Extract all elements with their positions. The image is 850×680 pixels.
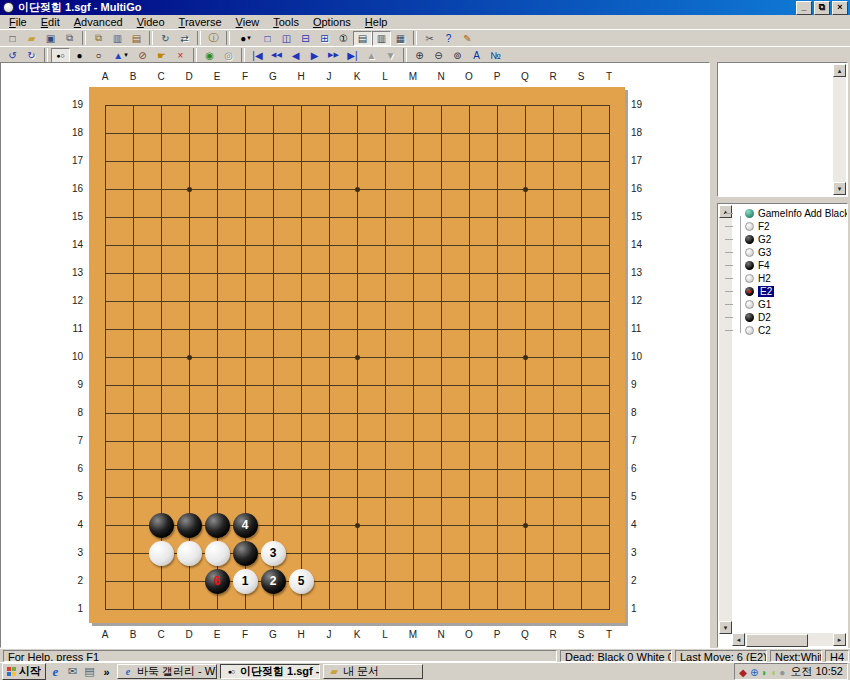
coord-label-col: R — [539, 629, 567, 640]
coord-label-row: 14 — [631, 239, 653, 250]
coord-label-row: 16 — [61, 183, 83, 194]
coord-label-col: H — [287, 629, 315, 640]
tree-node-f2[interactable]: F2 — [733, 220, 846, 233]
coord-label-col: H — [287, 71, 315, 82]
move-number: 4 — [242, 518, 249, 532]
coord-label-col: C — [147, 71, 175, 82]
move-tree: GameInfo Add Black AddF2G2G3F4H2E2G1D2C2 — [733, 207, 846, 337]
right-panel: ▴ ▾ ▴ ▾ ◂ ▸ GameInfo Add Black AddF2G2G3… — [717, 62, 850, 648]
coord-label-col: A — [91, 71, 119, 82]
coord-label-col: P — [483, 71, 511, 82]
menu-traverse[interactable]: Traverse — [172, 16, 229, 29]
toggle-comment-icon[interactable]: ▥ — [372, 31, 391, 46]
move-number: 5 — [298, 574, 305, 588]
paste-icon[interactable]: ▤ — [127, 31, 146, 46]
layout-board-only-icon[interactable]: □ — [258, 31, 277, 46]
quicklaunch-desktop-icon[interactable]: ▤ — [82, 664, 97, 679]
coord-label-row: 2 — [631, 575, 653, 586]
client-area: 123456 AABBCCDDEEFFGGHHJJKKLLMMNNOOPPQQR… — [0, 62, 850, 648]
white-stone-g3[interactable]: 3 — [261, 541, 286, 566]
coord-label-col: F — [231, 71, 259, 82]
coord-label-row: 13 — [61, 267, 83, 278]
white-stone-icon — [745, 274, 754, 283]
show-move-numbers-icon[interactable]: ① — [334, 31, 353, 46]
folder-icon: ▰ — [328, 666, 340, 678]
coord-label-col: B — [119, 71, 147, 82]
black-stone-f4[interactable]: 4 — [233, 513, 258, 538]
quick-launch: e✉▤» — [46, 664, 114, 679]
layout-split-v-icon[interactable]: ⊟ — [296, 31, 315, 46]
star-point — [187, 355, 192, 360]
black-stone-icon — [745, 313, 754, 322]
coord-label-col: F — [231, 629, 259, 640]
tree-node-d2[interactable]: D2 — [733, 311, 846, 324]
white-stone-icon — [745, 248, 754, 257]
coord-label-col: S — [567, 71, 595, 82]
coord-label-col: O — [455, 71, 483, 82]
markers-icon[interactable]: ▲▾ — [108, 48, 133, 63]
status-help: For Help, press F1 — [3, 650, 557, 662]
menu-edit[interactable]: Edit — [34, 16, 67, 29]
toggle-panel-icon[interactable]: ▦ — [391, 31, 410, 46]
tree-vscrollbar[interactable] — [719, 205, 732, 634]
coord-label-col: E — [203, 629, 231, 640]
coord-label-row: 11 — [631, 323, 653, 334]
move-number-style-icon[interactable]: № — [486, 48, 505, 63]
coord-label-row: 6 — [61, 463, 83, 474]
tree-hscroll-thumb[interactable] — [746, 634, 808, 647]
task-label: 바둑 갤러리 - Windo... — [137, 664, 217, 679]
eraser-icon[interactable]: ⊘ — [133, 48, 152, 63]
zoom-out-board-icon[interactable]: ⊖ — [429, 48, 448, 63]
redo-icon[interactable]: ↻ — [22, 48, 41, 63]
coord-label-row: 3 — [61, 547, 83, 558]
tree-node-g3[interactable]: G3 — [733, 246, 846, 259]
coord-label-row: 5 — [61, 491, 83, 502]
coord-label-row: 8 — [61, 407, 83, 418]
coord-label-col: K — [343, 629, 371, 640]
coord-label-row: 18 — [631, 127, 653, 138]
coord-label-row: 1 — [631, 603, 653, 614]
gameinfo-icon — [745, 209, 754, 218]
white-stone-f2[interactable]: 1 — [233, 569, 258, 594]
star-point — [523, 523, 528, 528]
menu-options[interactable]: Options — [306, 16, 358, 29]
coord-label-row: 17 — [61, 155, 83, 166]
task-buttons: e바둑 갤러리 - Windo...●○이단젖힘 1.sgf - ...▰내 문… — [114, 664, 423, 679]
layout-quad-icon[interactable]: ⊞ — [315, 31, 334, 46]
white-stone-icon — [745, 222, 754, 231]
tray-icon-4[interactable]: ◖ — [770, 667, 776, 678]
context-help-icon[interactable]: ? — [439, 31, 458, 46]
black-stone-d4[interactable] — [177, 513, 202, 538]
coord-label-row: 3 — [631, 547, 653, 558]
coord-label-col: G — [259, 71, 287, 82]
ie-icon: e — [122, 666, 134, 678]
star-point — [355, 187, 360, 192]
star-point — [355, 355, 360, 360]
tree-node-g2[interactable]: G2 — [733, 233, 846, 246]
menu-video[interactable]: Video — [130, 16, 172, 29]
coord-label-row: 2 — [61, 575, 83, 586]
white-stone-d3[interactable] — [177, 541, 202, 566]
coord-label-col: T — [595, 629, 623, 640]
rotate-board-icon[interactable]: ↻ — [156, 31, 175, 46]
coord-label-col: G — [259, 629, 287, 640]
tree-node-label: G3 — [758, 247, 771, 258]
quicklaunch-overflow[interactable]: » — [99, 664, 114, 679]
tray-icon-1[interactable]: ◆ — [739, 667, 747, 678]
game-info-icon[interactable]: ⓘ — [204, 31, 223, 46]
status-next-player: Next:White — [770, 650, 822, 662]
coord-label-row: 15 — [631, 211, 653, 222]
system-tray: ◆⊕◗◖● 오전 10:52 — [734, 663, 848, 680]
board-labels-icon[interactable]: A — [467, 48, 486, 63]
coord-label-row: 7 — [631, 435, 653, 446]
coord-label-col: L — [371, 629, 399, 640]
black-stone-g2[interactable]: 2 — [261, 569, 286, 594]
coord-label-col: M — [399, 71, 427, 82]
coord-label-col: D — [175, 629, 203, 640]
nav-forward-icon[interactable]: ▶ — [305, 48, 324, 63]
toolbar-separator — [44, 48, 48, 62]
task-label: 이단젖힘 1.sgf - ... — [240, 664, 320, 679]
menu-tools[interactable]: Tools — [266, 16, 306, 29]
coord-label-row: 4 — [61, 519, 83, 530]
save-file-icon[interactable]: ▣ — [41, 31, 60, 46]
taskbar-clock: 오전 10:52 — [790, 664, 843, 679]
toolbar-separator — [193, 48, 197, 62]
coord-label-col: N — [427, 629, 455, 640]
black-stone-e4[interactable] — [205, 513, 230, 538]
move-tree-pane[interactable]: ▴ ▾ ◂ ▸ GameInfo Add Black AddF2G2G3F4H2… — [717, 203, 848, 648]
move-number: 2 — [270, 574, 277, 588]
tree-node-label: G2 — [758, 234, 771, 245]
tree-node-label: E2 — [758, 286, 774, 297]
edit-brush-icon[interactable]: ✎ — [458, 31, 477, 46]
tools-icon[interactable]: ✂ — [420, 31, 439, 46]
close-button[interactable]: × — [832, 1, 848, 15]
go-board[interactable]: 123456 — [91, 91, 623, 623]
coord-label-row: 6 — [631, 463, 653, 474]
menu-advanced[interactable]: Advanced — [67, 16, 130, 29]
board-view[interactable]: 123456 AABBCCDDEEFFGGHHJJKKLLMMNNOOPPQQR… — [0, 62, 710, 648]
scroll-down-icon[interactable]: ▾ — [833, 182, 846, 195]
coord-label-col: P — [483, 629, 511, 640]
start-button[interactable]: 시작 — [2, 663, 46, 680]
star-point — [187, 187, 192, 192]
tray-icon-2[interactable]: ⊕ — [750, 667, 758, 678]
coord-label-col: R — [539, 71, 567, 82]
pass-move-icon[interactable]: ☛ — [152, 48, 171, 63]
nav-last-icon[interactable]: ▶| — [343, 48, 362, 63]
nav-next-variation-icon[interactable]: ▼ — [381, 48, 400, 63]
toolbar-separator — [149, 31, 153, 45]
coord-label-row: 14 — [61, 239, 83, 250]
coord-label-col: L — [371, 71, 399, 82]
coord-label-col: C — [147, 629, 175, 640]
tree-node-h2[interactable]: H2 — [733, 272, 846, 285]
white-stone-e3[interactable] — [205, 541, 230, 566]
comment-scrollbar[interactable] — [833, 64, 846, 195]
black-stone-e2[interactable]: 6 — [205, 569, 230, 594]
black-to-move-icon[interactable]: ●▾ — [233, 31, 258, 46]
coord-label-row: 7 — [61, 435, 83, 446]
white-stone-c3[interactable] — [149, 541, 174, 566]
status-dead-count: Dead: Black 0 White 0 — [560, 650, 672, 662]
move-number: 6 — [214, 574, 221, 588]
goto-main-line-icon[interactable]: ◉ — [200, 48, 219, 63]
toolbar-separator — [413, 31, 417, 45]
nav-back-icon[interactable]: ◀ — [286, 48, 305, 63]
coord-label-col: J — [315, 71, 343, 82]
tray-icons: ◆⊕◗◖● — [739, 666, 788, 678]
toolbar-separator — [197, 31, 201, 45]
tree-hscrollbar[interactable] — [732, 633, 846, 646]
toolbar-separator — [403, 48, 407, 62]
copy-image-icon[interactable]: ▥ — [108, 31, 127, 46]
coord-label-col: O — [455, 629, 483, 640]
coord-label-row: 12 — [631, 295, 653, 306]
flip-board-icon[interactable]: ⇄ — [175, 31, 194, 46]
vertical-splitter[interactable] — [710, 62, 717, 648]
comment-box[interactable]: ▴ ▾ — [717, 62, 848, 197]
copy-sgf-icon[interactable]: ⧉ — [89, 31, 108, 46]
black-stone-f3[interactable] — [233, 541, 258, 566]
tree-node-label: H2 — [758, 273, 771, 284]
toggle-tree-icon[interactable]: ▤ — [353, 31, 372, 46]
coord-label-row: 18 — [61, 127, 83, 138]
export-file-icon[interactable]: ⧉ — [60, 31, 79, 46]
goto-variation-icon[interactable]: ◎ — [219, 48, 238, 63]
nav-back-10-icon[interactable]: ◀◀ — [267, 48, 286, 63]
white-stone-icon — [745, 300, 754, 309]
coord-label-row: 11 — [61, 323, 83, 334]
star-point — [523, 187, 528, 192]
menu-help[interactable]: Help — [358, 16, 395, 29]
tree-node-label: GameInfo Add Black Add — [758, 208, 848, 219]
play-white-icon[interactable]: ○ — [89, 48, 108, 63]
tray-icon-3[interactable]: ◗ — [761, 667, 767, 678]
coord-label-col: Q — [511, 629, 539, 640]
toolbar-separator — [226, 31, 230, 45]
tree-scroll-down-icon[interactable]: ▾ — [719, 621, 732, 634]
windows-logo-icon — [7, 667, 16, 676]
black-stone-icon — [745, 235, 754, 244]
task-folder[interactable]: ▰내 문서 — [323, 664, 423, 679]
star-point — [355, 523, 360, 528]
coord-label-col: A — [91, 629, 119, 640]
tree-node-label: C2 — [758, 325, 771, 336]
quicklaunch-mail-icon[interactable]: ✉ — [65, 664, 80, 679]
coord-label-row: 17 — [631, 155, 653, 166]
tree-scroll-up-icon[interactable]: ▴ — [719, 205, 732, 218]
star-point — [523, 355, 528, 360]
quicklaunch-ie-icon[interactable]: e — [48, 664, 63, 679]
coord-label-row: 1 — [61, 603, 83, 614]
coord-label-row: 19 — [631, 99, 653, 110]
black-current-stone-icon — [745, 287, 754, 296]
coord-label-row: 12 — [61, 295, 83, 306]
task-label: 내 문서 — [343, 664, 379, 679]
coord-label-col: S — [567, 629, 595, 640]
status-last-move: Last Move: 6 (E2) — [675, 650, 767, 662]
menu-file[interactable]: File — [2, 16, 34, 29]
coord-label-col: M — [399, 629, 427, 640]
tray-icon-5[interactable]: ● — [779, 667, 785, 678]
tree-node-label: G1 — [758, 299, 771, 310]
nav-first-icon[interactable]: |◀ — [248, 48, 267, 63]
undo-icon[interactable]: ↺ — [3, 48, 22, 63]
menu-bar: FileEditAdvancedVideoTraverseViewToolsOp… — [0, 15, 850, 29]
multigo-icon: ●○ — [225, 666, 237, 678]
coord-label-row: 16 — [631, 183, 653, 194]
toolbar-separator — [82, 31, 86, 45]
coord-label-col: E — [203, 71, 231, 82]
tree-node-gameinfo[interactable]: GameInfo Add Black Add — [733, 207, 846, 220]
window-title: 이단젖힘 1.sgf - MultiGo — [18, 0, 794, 15]
coord-label-row: 10 — [631, 351, 653, 362]
coord-label-row: 8 — [631, 407, 653, 418]
coord-label-col: J — [315, 629, 343, 640]
move-number: 3 — [270, 546, 277, 560]
nav-forward-10-icon[interactable]: ▶▶ — [324, 48, 343, 63]
coord-label-col: T — [595, 71, 623, 82]
taskbar: 시작 e✉▤» e바둑 갤러리 - Windo...●○이단젖힘 1.sgf -… — [0, 662, 850, 680]
tree-node-e2[interactable]: E2 — [733, 285, 846, 298]
title-bar[interactable]: 이단젖힘 1.sgf - MultiGo _ ⧉ × — [0, 0, 850, 15]
layout-split-h-icon[interactable]: ◫ — [277, 31, 296, 46]
restore-button[interactable]: ⧉ — [814, 1, 830, 15]
toolbar-main: □▰▣⧉⧉▥▤↻⇄ⓘ●▾□◫⊟⊞①▤▥▦✂?✎ — [0, 29, 850, 46]
coord-label-row: 15 — [61, 211, 83, 222]
black-stone-icon — [745, 261, 754, 270]
tree-scroll-right-icon[interactable]: ▸ — [833, 633, 846, 646]
new-file-icon[interactable]: □ — [3, 31, 22, 46]
scroll-up-icon[interactable]: ▴ — [833, 64, 846, 77]
status-bar: For Help, press F1 Dead: Black 0 White 0… — [0, 648, 850, 663]
play-black-icon[interactable]: ● — [70, 48, 89, 63]
zoom-in-board-icon[interactable]: ⊕ — [410, 48, 429, 63]
start-label: 시작 — [19, 664, 41, 679]
find-move-icon[interactable]: ⊚ — [448, 48, 467, 63]
tree-node-c2[interactable]: C2 — [733, 324, 846, 337]
coord-label-col: N — [427, 71, 455, 82]
app-icon — [3, 2, 14, 13]
coord-label-col: Q — [511, 71, 539, 82]
tree-scroll-left-icon[interactable]: ◂ — [732, 633, 745, 646]
coord-label-col: D — [175, 71, 203, 82]
tree-node-label: F4 — [758, 260, 770, 271]
coord-label-row: 5 — [631, 491, 653, 502]
coord-label-row: 13 — [631, 267, 653, 278]
tree-node-label: F2 — [758, 221, 770, 232]
minimize-button[interactable]: _ — [796, 1, 812, 15]
white-stone-h2[interactable]: 5 — [289, 569, 314, 594]
toolbar-edit: ↺↻●○●○▲▾⊘☛×◉◎|◀◀◀◀▶▶▶▶|▲▼⊕⊖⊚A№ — [0, 46, 850, 63]
coord-label-row: 9 — [631, 379, 653, 390]
coord-label-col: K — [343, 71, 371, 82]
coord-label-row: 10 — [61, 351, 83, 362]
coord-label-row: 9 — [61, 379, 83, 390]
toolbar-separator — [241, 48, 245, 62]
black-stone-c4[interactable] — [149, 513, 174, 538]
open-file-icon[interactable]: ▰ — [22, 31, 41, 46]
white-stone-icon — [745, 326, 754, 335]
task-multigo[interactable]: ●○이단젖힘 1.sgf - ... — [220, 664, 320, 679]
coord-label-row: 4 — [631, 519, 653, 530]
task-ie[interactable]: e바둑 갤러리 - Windo... — [117, 664, 217, 679]
coord-label-row: 19 — [61, 99, 83, 110]
tree-node-f4[interactable]: F4 — [733, 259, 846, 272]
tree-node-label: D2 — [758, 312, 771, 323]
play-alternate-icon[interactable]: ●○ — [51, 48, 70, 63]
move-number: 1 — [242, 574, 249, 588]
menu-view[interactable]: View — [229, 16, 267, 29]
coord-label-col: B — [119, 629, 147, 640]
multigo-window: 이단젖힘 1.sgf - MultiGo _ ⧉ × FileEditAdvan… — [0, 0, 850, 680]
status-cursor-position: H4 — [825, 650, 849, 662]
tree-node-g1[interactable]: G1 — [733, 298, 846, 311]
delete-node-icon[interactable]: × — [171, 48, 190, 63]
nav-prev-variation-icon[interactable]: ▲ — [362, 48, 381, 63]
